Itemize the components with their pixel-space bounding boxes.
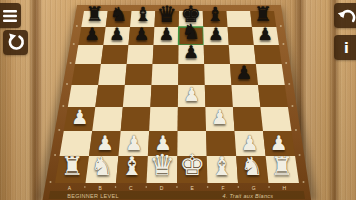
square-f4[interactable] xyxy=(205,85,233,107)
square-e5[interactable] xyxy=(178,64,205,85)
file-label-C: C xyxy=(129,185,133,191)
undo-move-button[interactable] xyxy=(334,3,356,28)
piece-black-pawn-h7[interactable]: ♟ xyxy=(248,26,282,43)
menu-button[interactable] xyxy=(0,3,21,28)
piece-white-pawn-a3[interactable]: ♟ xyxy=(63,108,97,128)
square-b6[interactable] xyxy=(101,45,129,64)
square-b4[interactable] xyxy=(95,85,124,107)
square-d5[interactable] xyxy=(151,64,178,85)
piece-white-queen-d1[interactable]: ♛ xyxy=(145,151,179,180)
chess-app-screen: ABCDEFGH ♜♞♝♛♚♝♜♟♟♟♟♞♟♟♟♟♟♟♟♟♟♟♟♟♜♞♝♛♚♝♞… xyxy=(0,0,356,200)
square-c6[interactable] xyxy=(127,45,154,64)
piece-black-pawn-g5[interactable]: ♟ xyxy=(227,64,261,82)
piece-white-rook-h1[interactable]: ♜ xyxy=(265,154,299,180)
piece-white-bishop-c1[interactable]: ♝ xyxy=(115,154,149,180)
file-label-G: G xyxy=(252,185,256,191)
rotate-icon xyxy=(6,33,25,52)
piece-black-pawn-f7[interactable]: ♟ xyxy=(199,26,233,43)
piece-white-rook-a1[interactable]: ♜ xyxy=(55,154,89,180)
piece-black-rook-h8[interactable]: ♜ xyxy=(246,5,280,25)
square-h3[interactable] xyxy=(260,107,291,131)
piece-white-knight-b1[interactable]: ♞ xyxy=(85,154,119,180)
undo-icon xyxy=(337,6,356,25)
square-b5[interactable] xyxy=(98,64,127,85)
file-label-D: D xyxy=(160,185,164,191)
square-g3[interactable] xyxy=(233,107,263,131)
piece-white-king-e1[interactable]: ♚ xyxy=(175,151,209,180)
level-label: BEGINNER LEVEL xyxy=(38,193,148,199)
piece-white-bishop-f1[interactable]: ♝ xyxy=(205,154,239,180)
info-icon: i xyxy=(344,41,349,55)
file-label-H: H xyxy=(283,185,287,191)
square-d3[interactable] xyxy=(149,107,178,131)
square-c5[interactable] xyxy=(125,64,153,85)
square-a6[interactable] xyxy=(75,45,103,64)
hamburger-icon xyxy=(0,9,18,23)
piece-white-pawn-e4[interactable]: ♟ xyxy=(175,86,209,105)
info-button[interactable]: i xyxy=(334,35,356,60)
square-c4[interactable] xyxy=(123,85,152,107)
square-a5[interactable] xyxy=(72,64,101,85)
square-h4[interactable] xyxy=(258,85,288,107)
piece-white-pawn-h2[interactable]: ♟ xyxy=(262,133,296,153)
rotate-board-button[interactable] xyxy=(3,30,28,55)
piece-black-pawn-e6[interactable]: ♟ xyxy=(174,44,208,62)
piece-white-knight-g1[interactable]: ♞ xyxy=(235,154,269,180)
piece-white-pawn-f3[interactable]: ♟ xyxy=(203,108,237,128)
file-label-F: F xyxy=(221,185,224,191)
square-a4[interactable] xyxy=(68,85,98,107)
square-h6[interactable] xyxy=(254,45,282,64)
move-indicator: 4. Trait aux Blancs xyxy=(192,193,304,199)
square-g4[interactable] xyxy=(231,85,260,107)
square-b3[interactable] xyxy=(92,107,123,131)
square-c3[interactable] xyxy=(121,107,151,131)
